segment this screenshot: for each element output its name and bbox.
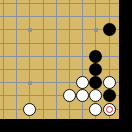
board-edge-right xyxy=(119,0,132,132)
star-point xyxy=(28,28,32,32)
grid-line-horizontal xyxy=(0,43,119,44)
grid-line-horizontal xyxy=(0,29,119,30)
last-move-circle-mark xyxy=(106,106,113,113)
grid-line-vertical xyxy=(29,0,30,119)
grid-line-vertical xyxy=(3,0,4,119)
black-stone[interactable] xyxy=(89,63,102,76)
grid-line-horizontal xyxy=(0,3,119,4)
black-stone[interactable] xyxy=(103,89,116,102)
white-stone[interactable] xyxy=(76,89,89,102)
grid-line-vertical xyxy=(43,0,44,119)
grid-line-vertical xyxy=(56,0,57,119)
white-stone-marked-last-move[interactable] xyxy=(103,103,116,116)
grid-line-vertical xyxy=(16,0,17,119)
star-point xyxy=(28,81,32,85)
star-point xyxy=(94,28,98,32)
grid-line-horizontal xyxy=(0,16,119,17)
black-stone[interactable] xyxy=(89,76,102,89)
black-stone[interactable] xyxy=(103,23,116,36)
white-stone[interactable] xyxy=(89,89,102,102)
black-stone[interactable] xyxy=(89,50,102,63)
white-stone[interactable] xyxy=(76,76,89,89)
go-board[interactable] xyxy=(0,0,132,132)
white-stone[interactable] xyxy=(63,89,76,102)
white-stone[interactable] xyxy=(23,103,36,116)
board-edge-bottom xyxy=(0,119,132,132)
white-stone[interactable] xyxy=(103,76,116,89)
white-stone[interactable] xyxy=(89,103,102,116)
go-board-screenshot xyxy=(0,0,132,132)
